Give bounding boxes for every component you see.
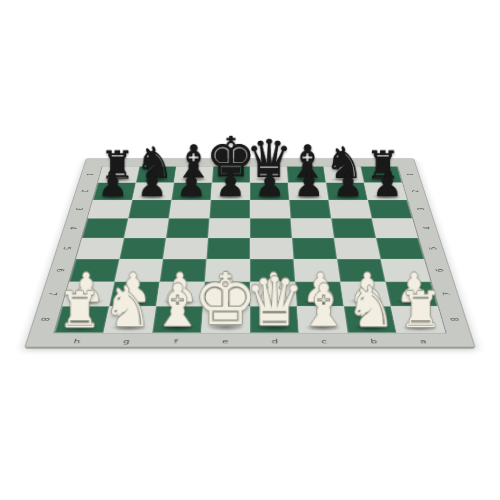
- rank-label-3: 3: [58, 206, 100, 213]
- square: ♚: [201, 306, 250, 332]
- file-label-b: b: [348, 338, 399, 345]
- file-label-d: d: [250, 338, 300, 345]
- square: ♛: [250, 306, 299, 332]
- square: [124, 218, 169, 238]
- rank-label-3: 3: [400, 206, 442, 213]
- square: ♟: [211, 183, 250, 200]
- square: [289, 200, 331, 218]
- product-photo: ♜♞♝♚♛♝♞♜♟♟♟♟♟♟♟♟♟♟♟♟♟♟♟♟♜♞♝♚♛♝♞♜ hgfedcb…: [0, 0, 500, 500]
- file-label-a: a: [398, 338, 449, 345]
- black-pawn: ♟: [215, 169, 245, 201]
- black-pawn: ♟: [333, 169, 363, 201]
- square: [334, 238, 381, 259]
- square: [331, 218, 376, 238]
- rank-label-4: 4: [405, 224, 449, 231]
- rank-label-1: 1: [391, 171, 430, 177]
- square: ♞: [103, 306, 156, 332]
- rank-label-2: 2: [64, 188, 105, 195]
- file-label-c: c: [299, 338, 349, 345]
- black-pawn: ♟: [176, 169, 206, 201]
- chess-board: ♜♞♝♚♛♝♞♜♟♟♟♟♟♟♟♟♟♟♟♟♟♟♟♟♜♞♝♚♛♝♞♜ hgfedcb…: [24, 158, 475, 347]
- square: [376, 238, 424, 259]
- file-label-e: e: [200, 338, 250, 345]
- file-labels-front: hgfedcba: [51, 338, 449, 345]
- square: [291, 218, 334, 238]
- file-label-g: g: [101, 338, 152, 345]
- square: [250, 218, 292, 238]
- file-label-f: f: [151, 338, 201, 345]
- square: ♟: [250, 183, 289, 200]
- black-pawn: ♟: [294, 169, 324, 201]
- square: ♞: [344, 306, 397, 332]
- square: ♜: [55, 306, 110, 332]
- square: [329, 200, 372, 218]
- rank-label-1: 1: [70, 171, 109, 177]
- square: ♟: [288, 183, 328, 200]
- white-knight: ♞: [347, 281, 397, 334]
- square: [208, 218, 250, 238]
- square: [119, 238, 166, 259]
- white-bishop: ♝: [297, 279, 349, 334]
- square: [250, 200, 291, 218]
- square: ♟: [132, 183, 174, 200]
- square: ♟: [326, 183, 368, 200]
- square: [166, 218, 209, 238]
- square: [128, 200, 171, 218]
- square: ♜: [391, 306, 446, 332]
- white-bishop: ♝: [151, 279, 203, 334]
- square: ♝: [297, 306, 348, 332]
- white-rook: ♜: [398, 287, 443, 334]
- white-rook: ♜: [57, 287, 102, 334]
- square: ♟: [171, 183, 211, 200]
- black-pawn: ♟: [255, 169, 285, 201]
- rank-label-4: 4: [51, 224, 95, 231]
- file-label-h: h: [51, 338, 102, 345]
- square: ♝: [152, 306, 203, 332]
- square: [292, 238, 337, 259]
- board-mat: ♜♞♝♚♛♝♞♜♟♟♟♟♟♟♟♟♟♟♟♟♟♟♟♟♜♞♝♚♛♝♞♜ hgfedcb…: [24, 158, 475, 347]
- black-pawn: ♟: [137, 169, 167, 201]
- square: [169, 200, 211, 218]
- rank-label-2: 2: [395, 188, 436, 195]
- white-knight: ♞: [103, 281, 153, 334]
- white-queen: ♛: [244, 271, 304, 335]
- square: [209, 200, 250, 218]
- board-grid: ♜♞♝♚♛♝♞♜♟♟♟♟♟♟♟♟♟♟♟♟♟♟♟♟♜♞♝♚♛♝♞♜: [55, 167, 446, 333]
- square: [76, 238, 124, 259]
